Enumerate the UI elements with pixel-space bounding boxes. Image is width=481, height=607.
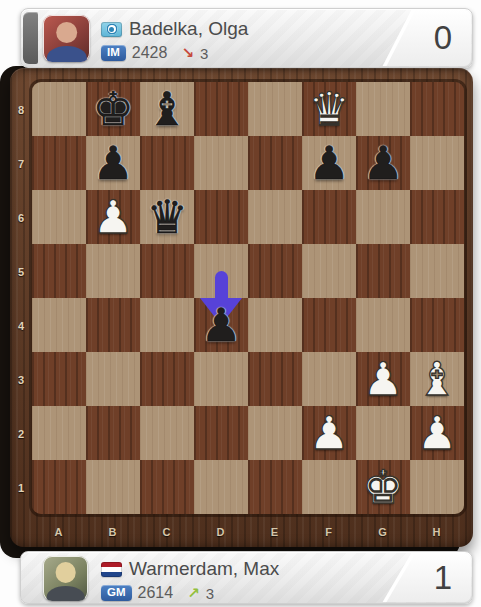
square-c3[interactable] (140, 352, 194, 406)
file-label-g: G (356, 520, 410, 546)
square-f5[interactable] (302, 244, 356, 298)
player-score: 0 (434, 19, 452, 57)
square-a4[interactable] (32, 298, 86, 352)
grip-tab[interactable] (23, 12, 38, 64)
square-f6[interactable] (302, 190, 356, 244)
avatar-body-shape (46, 586, 85, 601)
square-c4[interactable] (140, 298, 194, 352)
file-label-e: E (248, 520, 302, 546)
player-score: 1 (434, 559, 452, 597)
piece-black-pawn-b7[interactable]: ♟ (86, 136, 140, 190)
player-name: Badelka, Olga (129, 18, 248, 40)
piece-black-pawn-d4[interactable]: ♟ (194, 298, 248, 352)
piece-black-pawn-g7[interactable]: ♟ (356, 136, 410, 190)
square-b1[interactable] (86, 460, 140, 514)
square-h8[interactable] (410, 82, 464, 136)
piece-white-pawn-g3[interactable]: ♟ (356, 352, 410, 406)
square-g4[interactable] (356, 298, 410, 352)
title-badge: IM (101, 45, 126, 62)
square-g8[interactable] (356, 82, 410, 136)
chess-board: ♚♝♛♟♟♟♟♛♟♟♝♟♟♚ 87654321ABCDEFGH (10, 68, 473, 547)
square-f4[interactable] (302, 298, 356, 352)
square-h1[interactable] (410, 460, 464, 514)
avatar-head-shape (56, 22, 78, 44)
square-d2[interactable] (194, 406, 248, 460)
player-name-row: Badelka, Olga (101, 17, 362, 41)
square-g2[interactable] (356, 406, 410, 460)
file-label-a: A (32, 520, 86, 546)
square-e7[interactable] (248, 136, 302, 190)
file-label-c: C (140, 520, 194, 546)
player-name-row: Warmerdam, Max (101, 557, 362, 581)
square-c7[interactable] (140, 136, 194, 190)
chess-broadcast-view: Badelka, Olga IM 2428 ↘ 3 0 ♚♝♛♟♟♟♟♛♟♟♝♟… (0, 0, 481, 607)
square-e1[interactable] (248, 460, 302, 514)
square-b5[interactable] (86, 244, 140, 298)
square-h7[interactable] (410, 136, 464, 190)
square-h6[interactable] (410, 190, 464, 244)
rating-delta: 3 (200, 45, 208, 62)
square-c1[interactable] (140, 460, 194, 514)
player-info: Warmerdam, Max GM 2614 ↗ 3 (101, 557, 362, 603)
piece-white-queen-f8[interactable]: ♛ (302, 82, 356, 136)
rank-label-6: 6 (13, 190, 29, 244)
rank-label-8: 8 (13, 82, 29, 136)
player-name: Warmerdam, Max (129, 558, 279, 580)
piece-white-king-g1[interactable]: ♚ (356, 460, 410, 514)
square-f1[interactable] (302, 460, 356, 514)
avatar-head-shape (55, 562, 76, 583)
piece-black-queen-c6[interactable]: ♛ (140, 190, 194, 244)
square-e2[interactable] (248, 406, 302, 460)
piece-white-pawn-b6[interactable]: ♟ (86, 190, 140, 244)
trend-up-icon: ↗ (187, 584, 200, 602)
square-a8[interactable] (32, 82, 86, 136)
player-stat-row: IM 2428 ↘ 3 (101, 43, 362, 63)
move-arrow-shaft (215, 271, 228, 301)
square-a2[interactable] (32, 406, 86, 460)
piece-black-king-b8[interactable]: ♚ (86, 82, 140, 136)
square-e4[interactable] (248, 298, 302, 352)
piece-black-pawn-f7[interactable]: ♟ (302, 136, 356, 190)
rating-delta: 3 (206, 585, 214, 602)
file-label-h: H (410, 520, 464, 546)
rank-label-5: 5 (13, 244, 29, 298)
square-b3[interactable] (86, 352, 140, 406)
square-d6[interactable] (194, 190, 248, 244)
square-b2[interactable] (86, 406, 140, 460)
square-e3[interactable] (248, 352, 302, 406)
square-b4[interactable] (86, 298, 140, 352)
file-label-b: B (86, 520, 140, 546)
avatar-body-shape (46, 46, 86, 62)
square-c2[interactable] (140, 406, 194, 460)
square-e5[interactable] (248, 244, 302, 298)
board-squares: ♚♝♛♟♟♟♟♛♟♟♝♟♟♚ (32, 82, 464, 514)
piece-black-bishop-c8[interactable]: ♝ (140, 82, 194, 136)
square-a3[interactable] (32, 352, 86, 406)
square-c5[interactable] (140, 244, 194, 298)
square-g6[interactable] (356, 190, 410, 244)
netherlands-flag-icon (101, 562, 122, 577)
square-a1[interactable] (32, 460, 86, 514)
square-h5[interactable] (410, 244, 464, 298)
square-d3[interactable] (194, 352, 248, 406)
player-rating: 2614 (138, 584, 174, 602)
piece-white-bishop-h3[interactable]: ♝ (410, 352, 464, 406)
square-d7[interactable] (194, 136, 248, 190)
square-a7[interactable] (32, 136, 86, 190)
square-a5[interactable] (32, 244, 86, 298)
piece-white-pawn-f2[interactable]: ♟ (302, 406, 356, 460)
player-bar-top: Badelka, Olga IM 2428 ↘ 3 0 (20, 8, 473, 68)
rank-label-7: 7 (13, 136, 29, 190)
square-e6[interactable] (248, 190, 302, 244)
piece-white-pawn-h2[interactable]: ♟ (410, 406, 464, 460)
rank-label-4: 4 (13, 298, 29, 352)
rank-label-1: 1 (13, 460, 29, 514)
square-h4[interactable] (410, 298, 464, 352)
rank-label-3: 3 (13, 352, 29, 406)
player-info: Badelka, Olga IM 2428 ↘ 3 (101, 17, 362, 63)
globe-icon (106, 24, 117, 35)
square-a6[interactable] (32, 190, 86, 244)
rank-label-2: 2 (13, 406, 29, 460)
avatar (43, 556, 88, 601)
player-rating: 2428 (132, 44, 168, 62)
player-stat-row: GM 2614 ↗ 3 (101, 583, 362, 603)
file-label-d: D (194, 520, 248, 546)
fide-flag-icon (101, 22, 122, 37)
title-badge: GM (101, 585, 132, 602)
avatar (43, 15, 90, 62)
square-d1[interactable] (194, 460, 248, 514)
file-label-f: F (302, 520, 356, 546)
trend-down-icon: ↘ (181, 44, 194, 62)
square-e8[interactable] (248, 82, 302, 136)
square-d8[interactable] (194, 82, 248, 136)
square-f3[interactable] (302, 352, 356, 406)
player-bar-bottom: Warmerdam, Max GM 2614 ↗ 3 1 (20, 551, 473, 604)
square-g5[interactable] (356, 244, 410, 298)
